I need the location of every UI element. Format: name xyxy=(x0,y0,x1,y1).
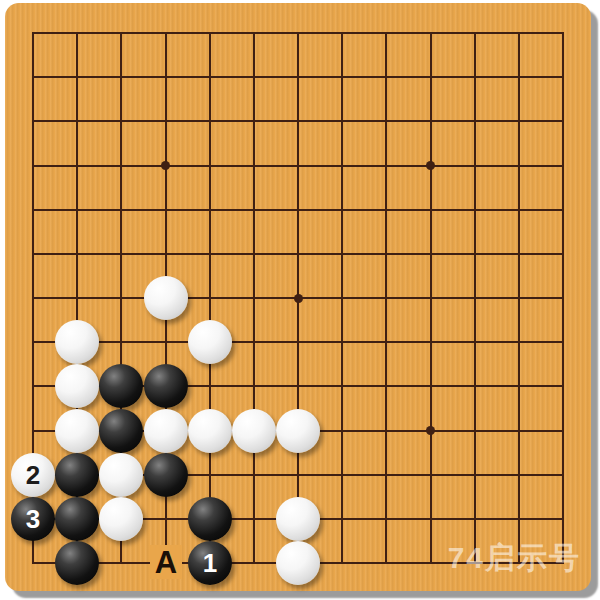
point-letter-label: A xyxy=(150,545,182,579)
black-stone xyxy=(144,453,188,497)
page: 123A 74启示号 xyxy=(0,0,600,600)
white-stone xyxy=(144,276,188,320)
black-stone xyxy=(11,497,55,541)
star-point xyxy=(161,161,170,170)
black-stone xyxy=(188,541,232,585)
white-stone xyxy=(55,364,99,408)
white-stone xyxy=(276,541,320,585)
star-point xyxy=(426,426,435,435)
white-stone xyxy=(232,409,276,453)
white-stone xyxy=(276,497,320,541)
white-stone xyxy=(188,320,232,364)
star-point xyxy=(294,294,303,303)
watermark-text: 74启示号 xyxy=(448,538,581,579)
white-stone xyxy=(55,409,99,453)
go-board: 123A 74启示号 xyxy=(5,3,591,591)
grid-line-horizontal xyxy=(32,341,564,343)
white-stone xyxy=(99,453,143,497)
white-stone xyxy=(11,453,55,497)
grid-line-vertical xyxy=(474,32,476,564)
grid-line-vertical xyxy=(518,32,520,564)
black-stone xyxy=(144,364,188,408)
grid-line-vertical xyxy=(562,32,564,564)
board-grid: 123A xyxy=(33,33,563,563)
black-stone xyxy=(55,541,99,585)
white-stone xyxy=(188,409,232,453)
black-stone xyxy=(99,364,143,408)
black-stone xyxy=(55,497,99,541)
black-stone xyxy=(99,409,143,453)
black-stone xyxy=(188,497,232,541)
white-stone xyxy=(276,409,320,453)
grid-line-vertical xyxy=(430,32,432,564)
white-stone xyxy=(55,320,99,364)
white-stone xyxy=(144,409,188,453)
white-stone xyxy=(99,497,143,541)
grid-line-vertical xyxy=(341,32,343,564)
star-point xyxy=(426,161,435,170)
grid-line-vertical xyxy=(385,32,387,564)
black-stone xyxy=(55,453,99,497)
